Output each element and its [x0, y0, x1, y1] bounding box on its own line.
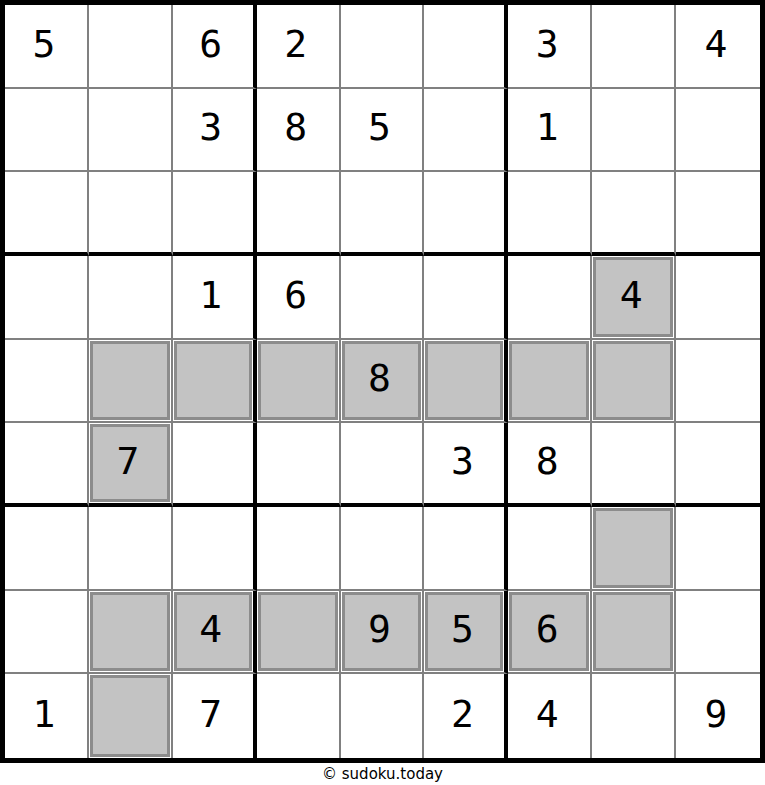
- cell-r9c8[interactable]: [592, 674, 676, 758]
- cell-r9c9[interactable]: 9: [676, 674, 760, 758]
- cell-r5c2[interactable]: [89, 340, 173, 424]
- given-digit: 7: [116, 442, 139, 480]
- given-digit: 8: [284, 108, 307, 146]
- highlighted-cell-shading: [90, 675, 170, 757]
- cell-r8c1[interactable]: [5, 591, 89, 675]
- cell-r3c4[interactable]: [257, 172, 341, 256]
- cell-r6c1[interactable]: [5, 423, 89, 507]
- cell-r8c8[interactable]: [592, 591, 676, 675]
- cell-r9c4[interactable]: [257, 674, 341, 758]
- cell-r6c6[interactable]: 3: [424, 423, 508, 507]
- given-digit: 5: [368, 108, 391, 146]
- cell-r1c1[interactable]: 5: [5, 5, 89, 89]
- given-digit: 2: [284, 25, 307, 63]
- given-digit: 4: [705, 25, 728, 63]
- cell-r5c3[interactable]: [173, 340, 257, 424]
- given-digit: 3: [536, 25, 559, 63]
- given-digit: 1: [536, 108, 559, 146]
- cell-r3c1[interactable]: [5, 172, 89, 256]
- highlighted-cell-shading: [593, 508, 673, 588]
- cell-r4c3[interactable]: 1: [173, 256, 257, 340]
- sudoku-board: 5623438511648738495617249: [0, 0, 765, 763]
- cell-r8c3[interactable]: 4: [173, 591, 257, 675]
- cell-r8c6[interactable]: 5: [424, 591, 508, 675]
- highlighted-cell-shading: [90, 341, 170, 421]
- cell-r8c7[interactable]: 6: [508, 591, 592, 675]
- cell-r3c3[interactable]: [173, 172, 257, 256]
- cell-r8c9[interactable]: [676, 591, 760, 675]
- cell-r3c9[interactable]: [676, 172, 760, 256]
- given-digit: 6: [284, 276, 307, 314]
- cell-r6c4[interactable]: [257, 423, 341, 507]
- cell-r5c6[interactable]: [424, 340, 508, 424]
- cell-r3c8[interactable]: [592, 172, 676, 256]
- given-digit: 3: [199, 108, 222, 146]
- cell-r7c7[interactable]: [508, 507, 592, 591]
- cell-r6c2[interactable]: 7: [89, 423, 173, 507]
- cell-r4c7[interactable]: [508, 256, 592, 340]
- cell-r2c2[interactable]: [89, 89, 173, 173]
- cell-r1c5[interactable]: [341, 5, 425, 89]
- cell-r2c8[interactable]: [592, 89, 676, 173]
- cell-r2c6[interactable]: [424, 89, 508, 173]
- cell-r7c6[interactable]: [424, 507, 508, 591]
- cell-r9c6[interactable]: 2: [424, 674, 508, 758]
- cell-r9c5[interactable]: [341, 674, 425, 758]
- cell-r7c2[interactable]: [89, 507, 173, 591]
- cell-r3c2[interactable]: [89, 172, 173, 256]
- cell-r4c8[interactable]: 4: [592, 256, 676, 340]
- cell-r3c7[interactable]: [508, 172, 592, 256]
- cell-r1c4[interactable]: 2: [257, 5, 341, 89]
- cell-r2c7[interactable]: 1: [508, 89, 592, 173]
- cell-r7c1[interactable]: [5, 507, 89, 591]
- given-digit: 8: [536, 442, 559, 480]
- cell-r1c7[interactable]: 3: [508, 5, 592, 89]
- cell-r4c6[interactable]: [424, 256, 508, 340]
- cell-r4c2[interactable]: [89, 256, 173, 340]
- given-digit: 4: [199, 610, 222, 648]
- cell-r2c3[interactable]: 3: [173, 89, 257, 173]
- cell-r4c5[interactable]: [341, 256, 425, 340]
- given-digit: 3: [451, 442, 474, 480]
- cell-r6c8[interactable]: [592, 423, 676, 507]
- cell-r7c5[interactable]: [341, 507, 425, 591]
- cell-r5c4[interactable]: [257, 340, 341, 424]
- highlighted-cell-shading: [509, 341, 589, 421]
- cell-r4c9[interactable]: [676, 256, 760, 340]
- cell-r6c9[interactable]: [676, 423, 760, 507]
- cell-r9c3[interactable]: 7: [173, 674, 257, 758]
- given-digit: 7: [199, 695, 222, 733]
- highlighted-cell-shading: [90, 592, 170, 672]
- credit-text: © sudoku.today: [322, 765, 443, 783]
- highlighted-cell-shading: [258, 592, 338, 672]
- cell-r8c2[interactable]: [89, 591, 173, 675]
- cell-r7c8[interactable]: [592, 507, 676, 591]
- highlighted-cell-shading: [593, 592, 673, 672]
- cell-r1c9[interactable]: 4: [676, 5, 760, 89]
- given-digit: 6: [536, 610, 559, 648]
- highlighted-cell-shading: [593, 341, 673, 421]
- cell-r3c5[interactable]: [341, 172, 425, 256]
- cell-r2c4[interactable]: 8: [257, 89, 341, 173]
- cell-r3c6[interactable]: [424, 172, 508, 256]
- cell-r7c4[interactable]: [257, 507, 341, 591]
- cell-r7c3[interactable]: [173, 507, 257, 591]
- cell-r8c5[interactable]: 9: [341, 591, 425, 675]
- cell-r4c4[interactable]: 6: [257, 256, 341, 340]
- cell-r2c5[interactable]: 5: [341, 89, 425, 173]
- cell-r2c1[interactable]: [5, 89, 89, 173]
- cell-r5c1[interactable]: [5, 340, 89, 424]
- given-digit: 9: [368, 610, 391, 648]
- cell-r5c5[interactable]: 8: [341, 340, 425, 424]
- cell-r7c9[interactable]: [676, 507, 760, 591]
- cell-r4c1[interactable]: [5, 256, 89, 340]
- highlighted-cell-shading: [258, 341, 338, 421]
- cell-r1c3[interactable]: 6: [173, 5, 257, 89]
- given-digit: 5: [32, 25, 55, 63]
- cell-r8c4[interactable]: [257, 591, 341, 675]
- given-digit: 5: [451, 610, 474, 648]
- cell-r5c8[interactable]: [592, 340, 676, 424]
- cell-r5c7[interactable]: [508, 340, 592, 424]
- cell-r9c2[interactable]: [89, 674, 173, 758]
- given-digit: 9: [705, 695, 728, 733]
- given-digit: 8: [368, 359, 391, 397]
- cell-r1c8[interactable]: [592, 5, 676, 89]
- cell-r1c2[interactable]: [89, 5, 173, 89]
- cell-r1c6[interactable]: [424, 5, 508, 89]
- highlighted-cell-shading: [174, 341, 252, 421]
- cell-r2c9[interactable]: [676, 89, 760, 173]
- given-digit: 2: [451, 695, 474, 733]
- cell-r9c1[interactable]: 1: [5, 674, 89, 758]
- given-digit: 6: [199, 25, 222, 63]
- cell-r5c9[interactable]: [676, 340, 760, 424]
- cell-r9c7[interactable]: 4: [508, 674, 592, 758]
- given-digit: 4: [536, 695, 559, 733]
- given-digit: 1: [32, 695, 55, 733]
- highlighted-cell-shading: [425, 341, 503, 421]
- cell-r6c3[interactable]: [173, 423, 257, 507]
- given-digit: 4: [620, 276, 643, 314]
- footer: © sudoku.today: [0, 763, 765, 785]
- given-digit: 1: [199, 276, 222, 314]
- cell-r6c5[interactable]: [341, 423, 425, 507]
- cell-r6c7[interactable]: 8: [508, 423, 592, 507]
